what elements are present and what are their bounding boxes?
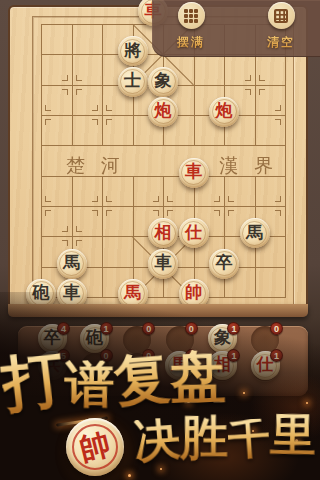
grid-empty-icon xyxy=(274,9,288,23)
ember-spark xyxy=(243,392,245,394)
fill-board-label: 摆满 xyxy=(177,34,205,51)
ember-spark xyxy=(128,474,131,477)
fill-board-button[interactable]: 摆满 xyxy=(163,0,219,57)
clear-board-label: 清空 xyxy=(267,34,295,51)
board-piece-red[interactable]: 車 xyxy=(179,158,209,188)
board-piece-black[interactable]: 馬 xyxy=(57,249,87,279)
toolbar-panel: 摆满 清空 xyxy=(152,0,320,57)
board-piece-black[interactable]: 象 xyxy=(148,67,178,97)
promo-overlay: 打谱复盘 帥 决胜千里 xyxy=(0,292,320,480)
promo-piece-red-general: 帥 xyxy=(66,418,124,476)
xiangqi-setup-screen: 楚河 漢界 將士象炮炮車相仕馬馬車卒砲車馬帥 車 摆满 清空 卒4砲100象10… xyxy=(0,0,320,480)
promo-headline-win-thousand-miles: 决胜千里 xyxy=(133,411,316,463)
board-piece-black[interactable]: 士 xyxy=(118,67,148,97)
board-piece-black[interactable]: 卒 xyxy=(209,249,239,279)
river-label-right: 漢界 xyxy=(219,153,289,179)
board-piece-black[interactable]: 車 xyxy=(148,249,178,279)
board-piece-black[interactable]: 馬 xyxy=(240,218,270,248)
promo-headline-record-review: 打谱复盘 xyxy=(1,342,228,413)
clear-board-button[interactable]: 清空 xyxy=(253,0,309,57)
board-piece-red[interactable]: 炮 xyxy=(148,97,178,127)
board-piece-black[interactable]: 將 xyxy=(118,36,148,66)
river-label-left: 楚河 xyxy=(66,153,136,179)
grid-filled-icon xyxy=(184,9,188,13)
ember-spark xyxy=(306,402,308,404)
board-piece-red[interactable]: 炮 xyxy=(209,97,239,127)
board-piece-red[interactable]: 仕 xyxy=(179,218,209,248)
ember-spark xyxy=(160,468,162,470)
